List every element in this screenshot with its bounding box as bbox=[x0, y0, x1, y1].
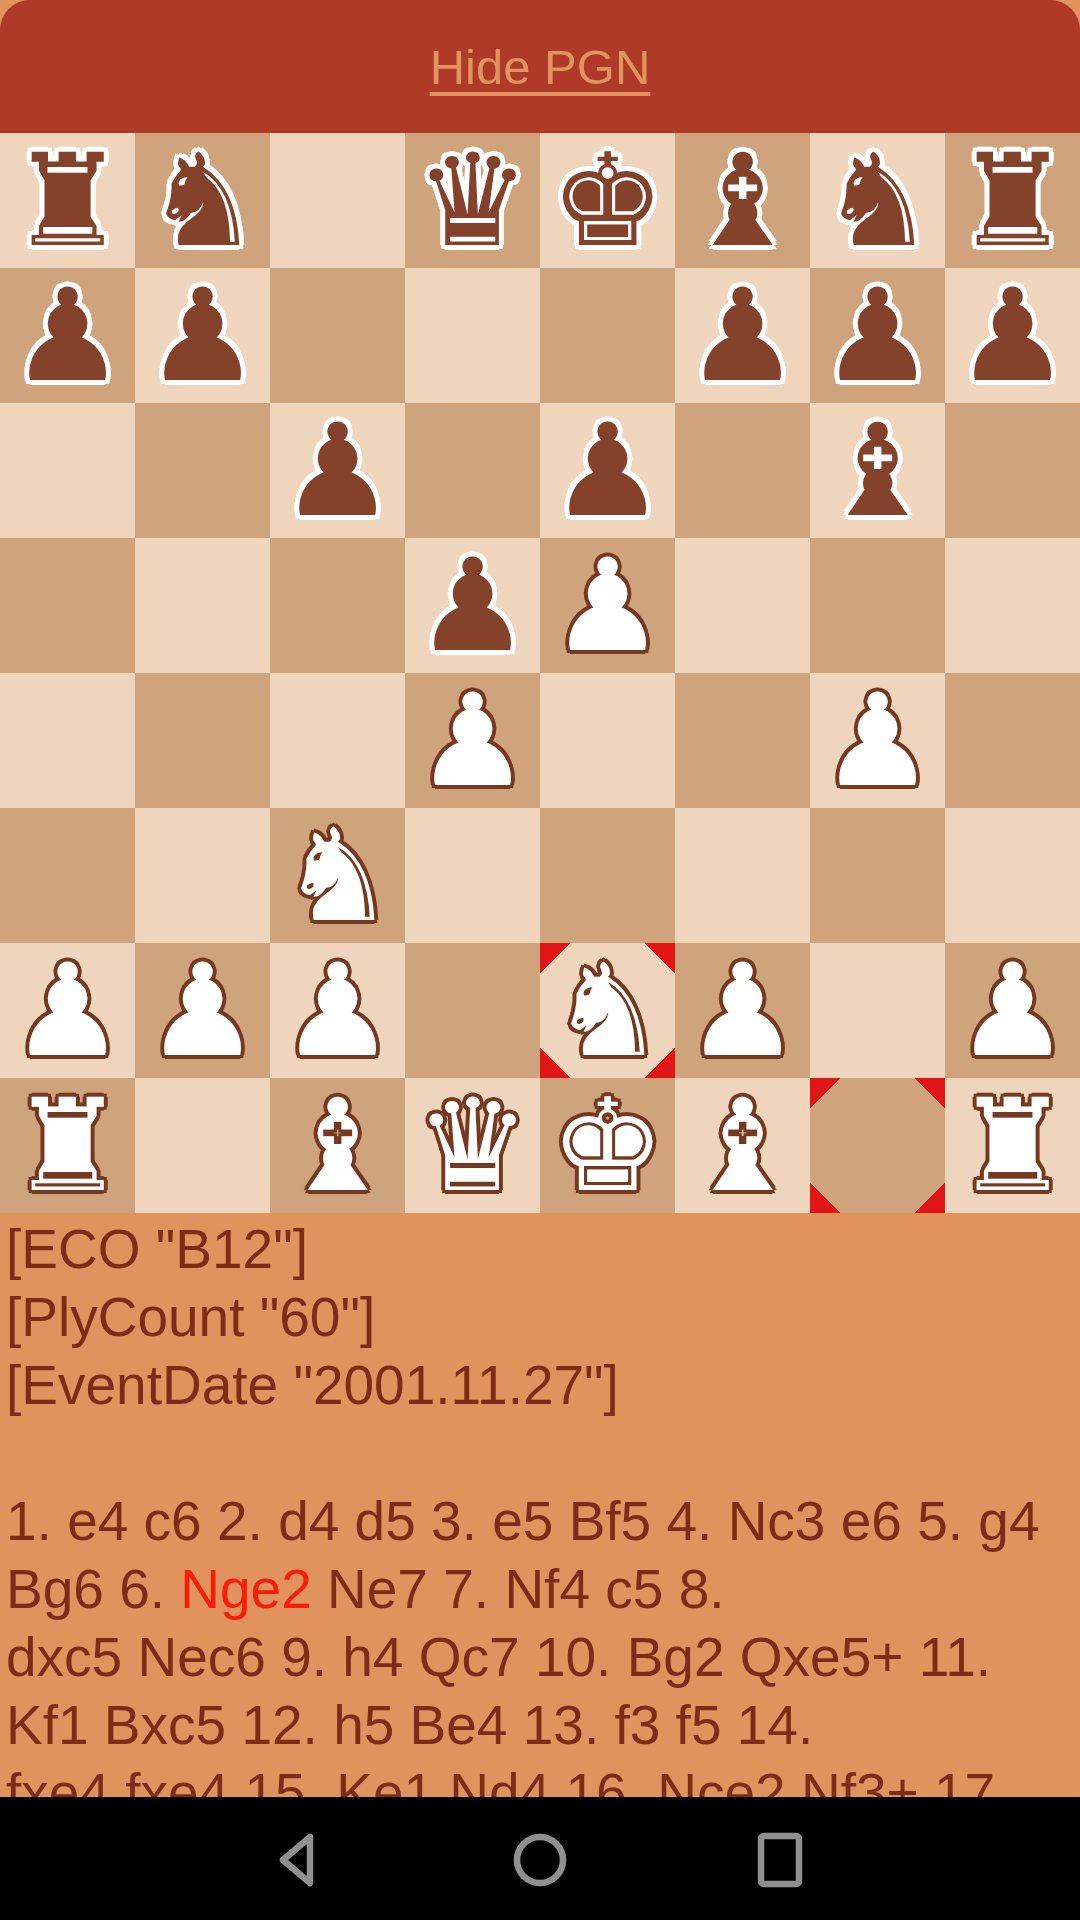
piece-black-knight: ♞ bbox=[820, 133, 935, 268]
square-h4[interactable] bbox=[945, 673, 1080, 808]
square-a2[interactable]: ♟ bbox=[0, 943, 135, 1078]
square-d4[interactable]: ♟ bbox=[405, 673, 540, 808]
back-icon[interactable] bbox=[270, 1830, 330, 1890]
square-e1[interactable]: ♚ bbox=[540, 1078, 675, 1213]
square-d7[interactable] bbox=[405, 268, 540, 403]
square-e5[interactable]: ♟ bbox=[540, 538, 675, 673]
square-d8[interactable]: ♛ bbox=[405, 133, 540, 268]
android-nav-bar bbox=[0, 1797, 1080, 1920]
piece-black-rook: ♜ bbox=[955, 133, 1070, 268]
square-h8[interactable]: ♜ bbox=[945, 133, 1080, 268]
piece-black-pawn: ♟ bbox=[145, 268, 260, 403]
piece-white-pawn: ♟ bbox=[550, 538, 665, 673]
square-b5[interactable] bbox=[135, 538, 270, 673]
square-d2[interactable] bbox=[405, 943, 540, 1078]
pgn-tag-line: [ECO "B12"] bbox=[6, 1215, 1074, 1283]
square-a6[interactable] bbox=[0, 403, 135, 538]
piece-white-pawn: ♟ bbox=[415, 673, 530, 808]
square-a1[interactable]: ♜ bbox=[0, 1078, 135, 1213]
piece-black-rook: ♜ bbox=[10, 133, 125, 268]
recents-icon[interactable] bbox=[750, 1830, 810, 1890]
square-g2[interactable] bbox=[810, 943, 945, 1078]
square-g3[interactable] bbox=[810, 808, 945, 943]
square-a7[interactable]: ♟ bbox=[0, 268, 135, 403]
square-b7[interactable]: ♟ bbox=[135, 268, 270, 403]
pgn-panel: [ECO "B12"][PlyCount "60"][EventDate "20… bbox=[0, 1213, 1080, 1797]
piece-white-king: ♚ bbox=[550, 1078, 665, 1213]
square-h6[interactable] bbox=[945, 403, 1080, 538]
piece-white-knight: ♞ bbox=[280, 808, 395, 943]
move-text: dxc5 Nec6 9. h4 Qc7 10. Bg2 Qxe5+ 11. bbox=[6, 1626, 991, 1688]
square-f6[interactable] bbox=[675, 403, 810, 538]
square-h2[interactable]: ♟ bbox=[945, 943, 1080, 1078]
square-a4[interactable] bbox=[0, 673, 135, 808]
square-h1[interactable]: ♜ bbox=[945, 1078, 1080, 1213]
move-text: 1. e4 c6 2. d4 d5 3. e5 Bf5 4. Nc3 e6 5.… bbox=[6, 1490, 1040, 1552]
piece-black-pawn: ♟ bbox=[685, 268, 800, 403]
piece-black-knight: ♞ bbox=[145, 133, 260, 268]
piece-white-bishop: ♝ bbox=[280, 1078, 395, 1213]
square-h7[interactable]: ♟ bbox=[945, 268, 1080, 403]
square-g8[interactable]: ♞ bbox=[810, 133, 945, 268]
square-h5[interactable] bbox=[945, 538, 1080, 673]
square-c5[interactable] bbox=[270, 538, 405, 673]
pgn-move-line: dxc5 Nec6 9. h4 Qc7 10. Bg2 Qxe5+ 11. bbox=[6, 1623, 1074, 1691]
piece-black-pawn: ♟ bbox=[820, 268, 935, 403]
piece-black-king: ♚ bbox=[550, 133, 665, 268]
square-f3[interactable] bbox=[675, 808, 810, 943]
square-c2[interactable]: ♟ bbox=[270, 943, 405, 1078]
square-d5[interactable]: ♟ bbox=[405, 538, 540, 673]
move-text: Ne7 7. Nf4 c5 8. bbox=[312, 1558, 725, 1620]
square-a3[interactable] bbox=[0, 808, 135, 943]
piece-white-bishop: ♝ bbox=[685, 1078, 800, 1213]
current-move-text: Nge2 bbox=[180, 1558, 311, 1620]
piece-black-pawn: ♟ bbox=[955, 268, 1070, 403]
square-c7[interactable] bbox=[270, 268, 405, 403]
piece-white-knight: ♞ bbox=[550, 943, 665, 1078]
move-text: Kf1 Bxc5 12. h5 Be4 13. f3 f5 14. bbox=[6, 1694, 813, 1756]
pgn-move-line: Bg6 6. Nge2 Ne7 7. Nf4 c5 8. bbox=[6, 1555, 1074, 1623]
square-g7[interactable]: ♟ bbox=[810, 268, 945, 403]
pgn-moves: 1. e4 c6 2. d4 d5 3. e5 Bf5 4. Nc3 e6 5.… bbox=[6, 1487, 1074, 1797]
piece-black-pawn: ♟ bbox=[10, 268, 125, 403]
square-b4[interactable] bbox=[135, 673, 270, 808]
square-c1[interactable]: ♝ bbox=[270, 1078, 405, 1213]
square-d3[interactable] bbox=[405, 808, 540, 943]
piece-white-pawn: ♟ bbox=[280, 943, 395, 1078]
pgn-tags: [ECO "B12"][PlyCount "60"][EventDate "20… bbox=[6, 1215, 1074, 1419]
pgn-move-line: Kf1 Bxc5 12. h5 Be4 13. f3 f5 14. bbox=[6, 1691, 1074, 1759]
square-f7[interactable]: ♟ bbox=[675, 268, 810, 403]
piece-white-pawn: ♟ bbox=[955, 943, 1070, 1078]
chess-board: ♜♞♛♚♝♞♜♟♟♟♟♟♟♟♝♟♟♟♟♞♟♟♟♞♟♟♜♝♛♚♝♜ bbox=[0, 133, 1080, 1213]
square-g1[interactable] bbox=[810, 1078, 945, 1213]
pgn-move-line: fxe4 fxe4 15. Ke1 Nd4 16. Nce2 Nf3+ 17. bbox=[6, 1759, 1074, 1797]
square-c3[interactable]: ♞ bbox=[270, 808, 405, 943]
square-b2[interactable]: ♟ bbox=[135, 943, 270, 1078]
square-c6[interactable]: ♟ bbox=[270, 403, 405, 538]
pgn-move-line: 1. e4 c6 2. d4 d5 3. e5 Bf5 4. Nc3 e6 5.… bbox=[6, 1487, 1074, 1555]
piece-white-pawn: ♟ bbox=[685, 943, 800, 1078]
piece-black-queen: ♛ bbox=[415, 133, 530, 268]
piece-white-queen: ♛ bbox=[415, 1078, 530, 1213]
square-f8[interactable]: ♝ bbox=[675, 133, 810, 268]
square-f1[interactable]: ♝ bbox=[675, 1078, 810, 1213]
piece-black-pawn: ♟ bbox=[280, 403, 395, 538]
hide-pgn-link[interactable]: Hide PGN bbox=[430, 39, 651, 95]
pgn-tag-line: [EventDate "2001.11.27"] bbox=[6, 1351, 1074, 1419]
pgn-toggle-header: Hide PGN bbox=[0, 0, 1080, 133]
square-c8[interactable] bbox=[270, 133, 405, 268]
pgn-blank-line bbox=[6, 1419, 1074, 1487]
square-c4[interactable] bbox=[270, 673, 405, 808]
square-b1[interactable] bbox=[135, 1078, 270, 1213]
pgn-tag-line: [PlyCount "60"] bbox=[6, 1283, 1074, 1351]
move-text: fxe4 fxe4 15. Ke1 Nd4 16. Nce2 Nf3+ 17. bbox=[6, 1762, 1010, 1797]
piece-black-pawn: ♟ bbox=[550, 403, 665, 538]
home-icon[interactable] bbox=[510, 1830, 570, 1890]
square-d1[interactable]: ♛ bbox=[405, 1078, 540, 1213]
piece-white-rook: ♜ bbox=[955, 1078, 1070, 1213]
square-e8[interactable]: ♚ bbox=[540, 133, 675, 268]
square-e3[interactable] bbox=[540, 808, 675, 943]
piece-black-bishop: ♝ bbox=[820, 403, 935, 538]
square-f5[interactable] bbox=[675, 538, 810, 673]
square-a5[interactable] bbox=[0, 538, 135, 673]
piece-white-pawn: ♟ bbox=[145, 943, 260, 1078]
square-b3[interactable] bbox=[135, 808, 270, 943]
square-h3[interactable] bbox=[945, 808, 1080, 943]
piece-white-pawn: ♟ bbox=[820, 673, 935, 808]
piece-black-bishop: ♝ bbox=[685, 133, 800, 268]
piece-white-rook: ♜ bbox=[10, 1078, 125, 1213]
square-a8[interactable]: ♜ bbox=[0, 133, 135, 268]
square-g5[interactable] bbox=[810, 538, 945, 673]
square-e7[interactable] bbox=[540, 268, 675, 403]
piece-white-pawn: ♟ bbox=[10, 943, 125, 1078]
square-e6[interactable]: ♟ bbox=[540, 403, 675, 538]
square-f2[interactable]: ♟ bbox=[675, 943, 810, 1078]
square-b8[interactable]: ♞ bbox=[135, 133, 270, 268]
square-e2[interactable]: ♞ bbox=[540, 943, 675, 1078]
piece-black-pawn: ♟ bbox=[415, 538, 530, 673]
square-f4[interactable] bbox=[675, 673, 810, 808]
square-g6[interactable]: ♝ bbox=[810, 403, 945, 538]
square-e4[interactable] bbox=[540, 673, 675, 808]
square-b6[interactable] bbox=[135, 403, 270, 538]
square-d6[interactable] bbox=[405, 403, 540, 538]
move-text: Bg6 6. bbox=[6, 1558, 180, 1620]
square-g4[interactable]: ♟ bbox=[810, 673, 945, 808]
